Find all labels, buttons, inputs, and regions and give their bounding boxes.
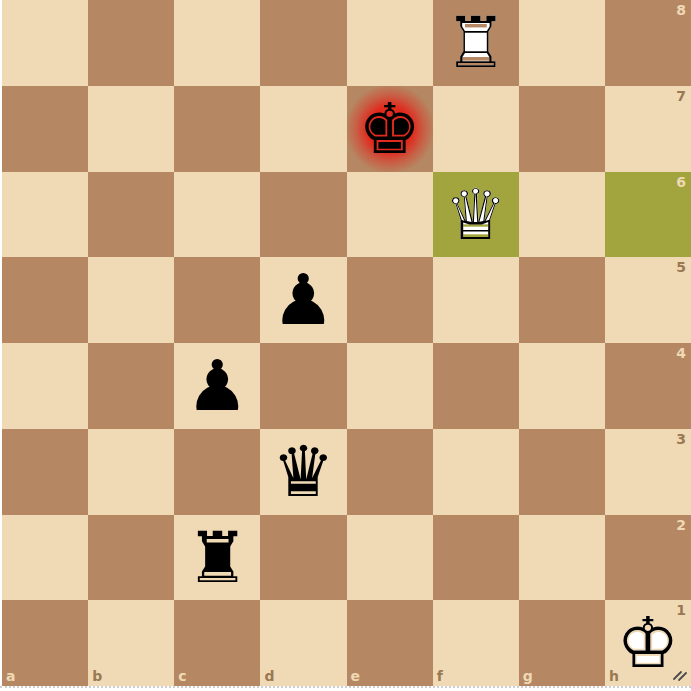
square-g6[interactable] (519, 172, 605, 258)
square-c8[interactable] (174, 0, 260, 86)
square-b2[interactable] (88, 515, 174, 601)
square-f2[interactable] (433, 515, 519, 601)
rank-label-7: 7 (676, 89, 686, 103)
chess-board: ♜♖8♚7♛♕6♟5♟4♛3♜2abcdefg1h♚♔ (2, 0, 691, 686)
square-b3[interactable] (88, 429, 174, 515)
file-label-f: f (437, 669, 443, 683)
file-label-e: e (351, 669, 361, 683)
square-f8[interactable]: ♜♖ (433, 0, 519, 86)
square-e2[interactable] (347, 515, 433, 601)
square-c4[interactable]: ♟ (174, 343, 260, 429)
black-king-glyph: ♚ (347, 86, 433, 172)
board-bottom-edge (0, 686, 691, 691)
square-b5[interactable] (88, 257, 174, 343)
resize-grip-icon[interactable] (672, 666, 688, 682)
square-f7[interactable] (433, 86, 519, 172)
rank-label-5: 5 (676, 260, 686, 274)
black-pawn-d5[interactable]: ♟ (260, 257, 346, 343)
file-label-d: d (264, 669, 274, 683)
white-rook-f8[interactable]: ♜♖ (433, 0, 519, 86)
square-h8[interactable]: 8 (605, 0, 691, 86)
square-h3[interactable]: 3 (605, 429, 691, 515)
rank-label-4: 4 (676, 346, 686, 360)
square-d7[interactable] (260, 86, 346, 172)
square-b6[interactable] (88, 172, 174, 258)
square-f1[interactable]: f (433, 600, 519, 686)
square-d2[interactable] (260, 515, 346, 601)
black-rook-glyph: ♜ (174, 515, 260, 601)
square-h5[interactable]: 5 (605, 257, 691, 343)
black-king-e7[interactable]: ♚ (347, 86, 433, 172)
square-b7[interactable] (88, 86, 174, 172)
black-pawn-glyph: ♟ (260, 257, 346, 343)
square-f3[interactable] (433, 429, 519, 515)
white-rook-glyph-outline: ♖ (433, 0, 519, 86)
square-c6[interactable] (174, 172, 260, 258)
square-c2[interactable]: ♜ (174, 515, 260, 601)
white-queen-glyph-outline: ♕ (433, 172, 519, 258)
square-h4[interactable]: 4 (605, 343, 691, 429)
square-h7[interactable]: 7 (605, 86, 691, 172)
square-f5[interactable] (433, 257, 519, 343)
square-c5[interactable] (174, 257, 260, 343)
square-g3[interactable] (519, 429, 605, 515)
square-a2[interactable] (2, 515, 88, 601)
black-queen-d3[interactable]: ♛ (260, 429, 346, 515)
chess-board-screenshot: ♜♖8♚7♛♕6♟5♟4♛3♜2abcdefg1h♚♔ (0, 0, 691, 691)
square-d5[interactable]: ♟ (260, 257, 346, 343)
square-f4[interactable] (433, 343, 519, 429)
black-rook-c2[interactable]: ♜ (174, 515, 260, 601)
square-e4[interactable] (347, 343, 433, 429)
square-a5[interactable] (2, 257, 88, 343)
square-g4[interactable] (519, 343, 605, 429)
square-a8[interactable] (2, 0, 88, 86)
square-g7[interactable] (519, 86, 605, 172)
square-h2[interactable]: 2 (605, 515, 691, 601)
square-e7[interactable]: ♚ (347, 86, 433, 172)
file-label-b: b (92, 669, 102, 683)
rank-label-3: 3 (676, 432, 686, 446)
square-e6[interactable] (347, 172, 433, 258)
square-c1[interactable]: c (174, 600, 260, 686)
black-pawn-glyph: ♟ (174, 343, 260, 429)
black-queen-glyph: ♛ (260, 429, 346, 515)
square-g8[interactable] (519, 0, 605, 86)
square-b4[interactable] (88, 343, 174, 429)
square-d1[interactable]: d (260, 600, 346, 686)
square-g5[interactable] (519, 257, 605, 343)
square-a1[interactable]: a (2, 600, 88, 686)
square-a6[interactable] (2, 172, 88, 258)
square-h6[interactable]: 6 (605, 172, 691, 258)
black-pawn-c4[interactable]: ♟ (174, 343, 260, 429)
square-g1[interactable]: g (519, 600, 605, 686)
square-e3[interactable] (347, 429, 433, 515)
rank-label-8: 8 (676, 3, 686, 17)
square-c7[interactable] (174, 86, 260, 172)
square-d4[interactable] (260, 343, 346, 429)
square-a3[interactable] (2, 429, 88, 515)
file-label-c: c (178, 669, 186, 683)
square-h1[interactable]: 1h♚♔ (605, 600, 691, 686)
square-d6[interactable] (260, 172, 346, 258)
square-a7[interactable] (2, 86, 88, 172)
rank-label-6: 6 (676, 175, 686, 189)
square-e1[interactable]: e (347, 600, 433, 686)
file-label-g: g (523, 669, 533, 683)
square-e5[interactable] (347, 257, 433, 343)
square-b8[interactable] (88, 0, 174, 86)
square-f6[interactable]: ♛♕ (433, 172, 519, 258)
square-a4[interactable] (2, 343, 88, 429)
white-queen-f6[interactable]: ♛♕ (433, 172, 519, 258)
square-e8[interactable] (347, 0, 433, 86)
square-g2[interactable] (519, 515, 605, 601)
square-d3[interactable]: ♛ (260, 429, 346, 515)
file-label-a: a (6, 669, 15, 683)
square-b1[interactable]: b (88, 600, 174, 686)
rank-label-2: 2 (676, 518, 686, 532)
square-d8[interactable] (260, 0, 346, 86)
square-c3[interactable] (174, 429, 260, 515)
